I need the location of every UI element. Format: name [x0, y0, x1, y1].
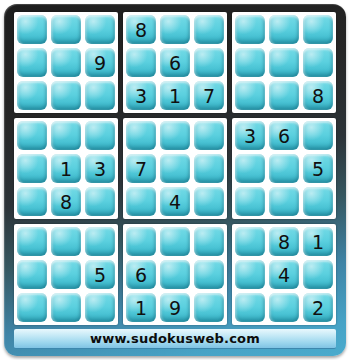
- cell-r1c8[interactable]: [269, 15, 299, 44]
- cell-r7c2[interactable]: [51, 227, 81, 256]
- cell-r4c1[interactable]: [17, 121, 47, 150]
- block-1-2: 86317: [123, 12, 227, 113]
- sudoku-board: 98631781387436556198142: [14, 12, 336, 325]
- cell-r6c8[interactable]: [269, 187, 299, 216]
- cell-r7c9[interactable]: 1: [303, 227, 333, 256]
- block-2-3: 365: [232, 118, 336, 219]
- cell-r3c5[interactable]: 1: [160, 81, 190, 110]
- cell-r9c8[interactable]: [269, 293, 299, 322]
- footer-band: www.sudokusweb.com: [14, 329, 336, 349]
- cell-r9c3[interactable]: [85, 293, 115, 322]
- cell-r1c6[interactable]: [194, 15, 224, 44]
- cell-r3c7[interactable]: [235, 81, 265, 110]
- cell-r6c4[interactable]: [126, 187, 156, 216]
- cell-r9c1[interactable]: [17, 293, 47, 322]
- cell-r7c4[interactable]: [126, 227, 156, 256]
- cell-r8c4[interactable]: 6: [126, 260, 156, 289]
- cell-r6c3[interactable]: [85, 187, 115, 216]
- cell-r8c9[interactable]: [303, 260, 333, 289]
- cell-r7c8[interactable]: 8: [269, 227, 299, 256]
- cell-r8c2[interactable]: [51, 260, 81, 289]
- block-3-3: 8142: [232, 224, 336, 325]
- cell-r5c4[interactable]: 7: [126, 154, 156, 183]
- cell-r7c6[interactable]: [194, 227, 224, 256]
- cell-r3c8[interactable]: [269, 81, 299, 110]
- cell-r1c1[interactable]: [17, 15, 47, 44]
- cell-r4c5[interactable]: [160, 121, 190, 150]
- cell-r1c5[interactable]: [160, 15, 190, 44]
- cell-r5c7[interactable]: [235, 154, 265, 183]
- block-2-2: 74: [123, 118, 227, 219]
- cell-r2c7[interactable]: [235, 48, 265, 77]
- cell-r4c2[interactable]: [51, 121, 81, 150]
- cell-r7c7[interactable]: [235, 227, 265, 256]
- cell-r9c4[interactable]: 1: [126, 293, 156, 322]
- cell-r8c1[interactable]: [17, 260, 47, 289]
- cell-r9c6[interactable]: [194, 293, 224, 322]
- cell-r3c4[interactable]: 3: [126, 81, 156, 110]
- cell-r4c3[interactable]: [85, 121, 115, 150]
- cell-r7c3[interactable]: [85, 227, 115, 256]
- cell-r6c9[interactable]: [303, 187, 333, 216]
- cell-r8c6[interactable]: [194, 260, 224, 289]
- cell-r3c6[interactable]: 7: [194, 81, 224, 110]
- block-1-3: 8: [232, 12, 336, 113]
- cell-r4c7[interactable]: 3: [235, 121, 265, 150]
- cell-r8c7[interactable]: [235, 260, 265, 289]
- cell-r5c1[interactable]: [17, 154, 47, 183]
- cell-r5c8[interactable]: [269, 154, 299, 183]
- block-3-1: 5: [14, 224, 118, 325]
- cell-r5c6[interactable]: [194, 154, 224, 183]
- cell-r2c5[interactable]: 6: [160, 48, 190, 77]
- cell-r5c3[interactable]: 3: [85, 154, 115, 183]
- cell-r3c3[interactable]: [85, 81, 115, 110]
- cell-r4c6[interactable]: [194, 121, 224, 150]
- cell-r8c8[interactable]: 4: [269, 260, 299, 289]
- cell-r5c2[interactable]: 1: [51, 154, 81, 183]
- cell-r6c7[interactable]: [235, 187, 265, 216]
- cell-r2c2[interactable]: [51, 48, 81, 77]
- cell-r2c1[interactable]: [17, 48, 47, 77]
- cell-r8c3[interactable]: 5: [85, 260, 115, 289]
- cell-r4c4[interactable]: [126, 121, 156, 150]
- cell-r6c2[interactable]: 8: [51, 187, 81, 216]
- cell-r8c5[interactable]: [160, 260, 190, 289]
- cell-r1c4[interactable]: 8: [126, 15, 156, 44]
- cell-r5c9[interactable]: 5: [303, 154, 333, 183]
- cell-r7c1[interactable]: [17, 227, 47, 256]
- block-2-1: 138: [14, 118, 118, 219]
- cell-r2c8[interactable]: [269, 48, 299, 77]
- cell-r3c9[interactable]: 8: [303, 81, 333, 110]
- cell-r3c1[interactable]: [17, 81, 47, 110]
- cell-r5c5[interactable]: [160, 154, 190, 183]
- cell-r1c7[interactable]: [235, 15, 265, 44]
- cell-r4c9[interactable]: [303, 121, 333, 150]
- cell-r2c3[interactable]: 9: [85, 48, 115, 77]
- cell-r9c5[interactable]: 9: [160, 293, 190, 322]
- sudoku-frame: 98631781387436556198142 www.sudokusweb.c…: [4, 4, 346, 356]
- cell-r1c2[interactable]: [51, 15, 81, 44]
- cell-r1c3[interactable]: [85, 15, 115, 44]
- cell-r3c2[interactable]: [51, 81, 81, 110]
- block-1-1: 9: [14, 12, 118, 113]
- cell-r2c4[interactable]: [126, 48, 156, 77]
- cell-r4c8[interactable]: 6: [269, 121, 299, 150]
- cell-r9c7[interactable]: [235, 293, 265, 322]
- cell-r1c9[interactable]: [303, 15, 333, 44]
- cell-r7c5[interactable]: [160, 227, 190, 256]
- cell-r6c5[interactable]: 4: [160, 187, 190, 216]
- cell-r2c9[interactable]: [303, 48, 333, 77]
- cell-r2c6[interactable]: [194, 48, 224, 77]
- cell-r9c2[interactable]: [51, 293, 81, 322]
- site-link[interactable]: www.sudokusweb.com: [90, 331, 260, 346]
- cell-r6c6[interactable]: [194, 187, 224, 216]
- cell-r6c1[interactable]: [17, 187, 47, 216]
- cell-r9c9[interactable]: 2: [303, 293, 333, 322]
- block-3-2: 619: [123, 224, 227, 325]
